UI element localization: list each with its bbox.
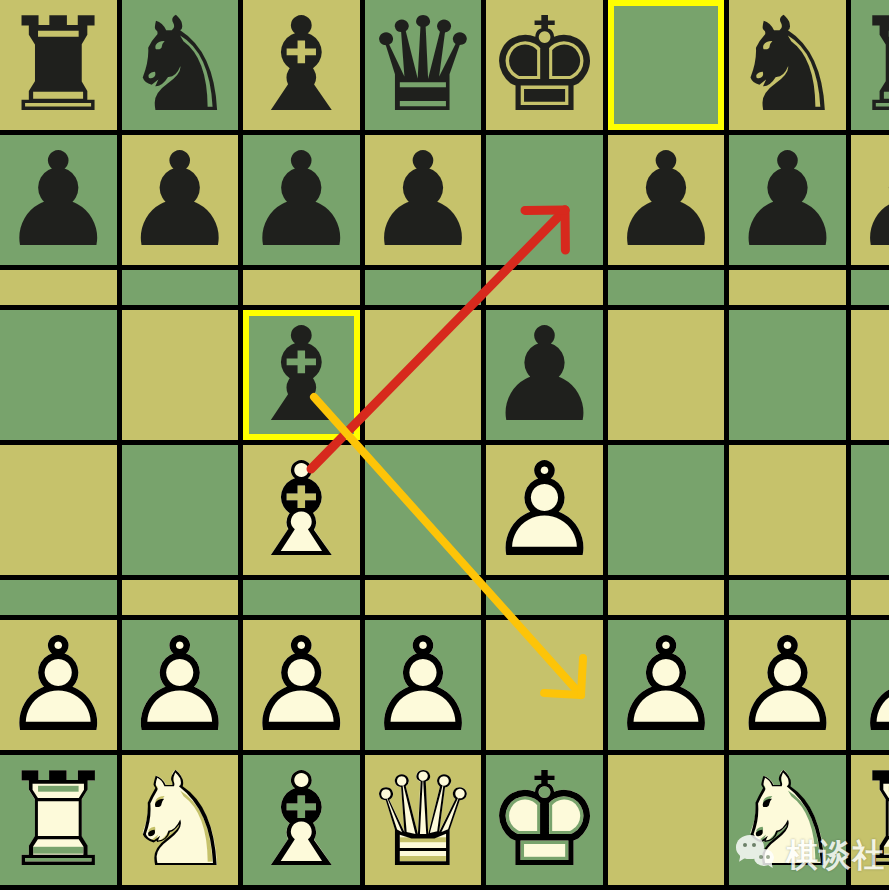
square-e2[interactable]: [486, 620, 608, 755]
square-g8[interactable]: ♞: [729, 0, 851, 135]
square-e6[interactable]: [486, 270, 608, 310]
square-a7[interactable]: ♟: [0, 135, 122, 270]
square-c6[interactable]: [243, 270, 365, 310]
square-a2[interactable]: ♟♙: [0, 620, 122, 755]
piece-white-pawn: ♟♙: [851, 620, 889, 750]
piece-black-knight: ♞: [729, 0, 846, 130]
square-d4[interactable]: [365, 445, 487, 580]
square-h6[interactable]: [851, 270, 889, 310]
square-f5[interactable]: [608, 310, 730, 445]
square-b1[interactable]: ♞♘: [122, 755, 244, 890]
piece-black-rook: ♜: [0, 0, 117, 130]
square-b3[interactable]: [122, 580, 244, 620]
square-b6[interactable]: [122, 270, 244, 310]
square-c7[interactable]: ♟: [243, 135, 365, 270]
chess-board: ♜♞♝♛♚♞♜♟♟♟♟♟♟♟♝♟♝♗♟♙♟♙♟♙♟♙♟♙♟♙♟♙♟♙♜♖♞♘♝♗…: [0, 0, 889, 890]
square-g6[interactable]: [729, 270, 851, 310]
square-d6[interactable]: [365, 270, 487, 310]
square-c4[interactable]: ♝♗: [243, 445, 365, 580]
square-e7[interactable]: [486, 135, 608, 270]
square-h2[interactable]: ♟♙: [851, 620, 889, 755]
square-e1[interactable]: ♚♔: [486, 755, 608, 890]
square-g7[interactable]: ♟: [729, 135, 851, 270]
piece-white-bishop: ♝♗: [243, 755, 360, 885]
watermark-text: 棋谈社: [786, 834, 885, 878]
square-f4[interactable]: [608, 445, 730, 580]
square-a1[interactable]: ♜♖: [0, 755, 122, 890]
piece-white-king: ♚♔: [486, 755, 603, 885]
piece-white-pawn: ♟♙: [0, 620, 117, 750]
square-d1[interactable]: ♛♕: [365, 755, 487, 890]
square-f7[interactable]: ♟: [608, 135, 730, 270]
piece-black-king: ♚: [486, 0, 603, 130]
square-e3[interactable]: [486, 580, 608, 620]
square-d5[interactable]: [365, 310, 487, 445]
square-g3[interactable]: [729, 580, 851, 620]
square-a3[interactable]: [0, 580, 122, 620]
square-c1[interactable]: ♝♗: [243, 755, 365, 890]
square-a6[interactable]: [0, 270, 122, 310]
square-a8[interactable]: ♜: [0, 0, 122, 135]
piece-white-rook: ♜♖: [0, 755, 117, 885]
piece-black-pawn: ♟: [608, 135, 725, 265]
chess-diagram: ♜♞♝♛♚♞♜♟♟♟♟♟♟♟♝♟♝♗♟♙♟♙♟♙♟♙♟♙♟♙♟♙♟♙♜♖♞♘♝♗…: [0, 0, 889, 890]
square-g5[interactable]: [729, 310, 851, 445]
wechat-logo-icon: [734, 833, 782, 879]
piece-white-pawn: ♟♙: [486, 445, 603, 575]
piece-black-pawn: ♟: [486, 310, 603, 440]
piece-white-pawn: ♟♙: [243, 620, 360, 750]
square-b4[interactable]: [122, 445, 244, 580]
piece-black-bishop: ♝: [243, 0, 360, 130]
square-c2[interactable]: ♟♙: [243, 620, 365, 755]
square-b5[interactable]: [122, 310, 244, 445]
square-f8[interactable]: [608, 0, 730, 135]
piece-white-pawn: ♟♙: [365, 620, 482, 750]
square-h8[interactable]: ♜: [851, 0, 889, 135]
square-h4[interactable]: [851, 445, 889, 580]
square-f6[interactable]: [608, 270, 730, 310]
piece-white-pawn: ♟♙: [608, 620, 725, 750]
square-h5[interactable]: [851, 310, 889, 445]
piece-white-knight: ♞♘: [122, 755, 239, 885]
piece-black-pawn: ♟: [0, 135, 117, 265]
square-f2[interactable]: ♟♙: [608, 620, 730, 755]
square-e4[interactable]: ♟♙: [486, 445, 608, 580]
piece-black-rook: ♜: [851, 0, 889, 130]
square-a5[interactable]: [0, 310, 122, 445]
square-g4[interactable]: [729, 445, 851, 580]
piece-white-queen: ♛♕: [365, 755, 482, 885]
square-g2[interactable]: ♟♙: [729, 620, 851, 755]
piece-black-pawn: ♟: [729, 135, 846, 265]
piece-black-knight: ♞: [122, 0, 239, 130]
piece-white-bishop: ♝♗: [243, 445, 360, 575]
watermark: 棋谈社: [734, 833, 885, 879]
square-e5[interactable]: ♟: [486, 310, 608, 445]
piece-black-pawn: ♟: [851, 135, 889, 265]
piece-black-bishop: ♝: [243, 310, 360, 440]
square-d3[interactable]: [365, 580, 487, 620]
square-a4[interactable]: [0, 445, 122, 580]
piece-black-queen: ♛: [365, 0, 482, 130]
square-e8[interactable]: ♚: [486, 0, 608, 135]
piece-black-pawn: ♟: [122, 135, 239, 265]
square-h7[interactable]: ♟: [851, 135, 889, 270]
piece-black-pawn: ♟: [243, 135, 360, 265]
piece-white-pawn: ♟♙: [729, 620, 846, 750]
square-c3[interactable]: [243, 580, 365, 620]
square-d8[interactable]: ♛: [365, 0, 487, 135]
piece-white-pawn: ♟♙: [122, 620, 239, 750]
square-c5[interactable]: ♝: [243, 310, 365, 445]
square-b7[interactable]: ♟: [122, 135, 244, 270]
square-d7[interactable]: ♟: [365, 135, 487, 270]
square-d2[interactable]: ♟♙: [365, 620, 487, 755]
square-f1[interactable]: [608, 755, 730, 890]
piece-black-pawn: ♟: [365, 135, 482, 265]
square-h3[interactable]: [851, 580, 889, 620]
square-c8[interactable]: ♝: [243, 0, 365, 135]
square-b2[interactable]: ♟♙: [122, 620, 244, 755]
square-b8[interactable]: ♞: [122, 0, 244, 135]
square-f3[interactable]: [608, 580, 730, 620]
